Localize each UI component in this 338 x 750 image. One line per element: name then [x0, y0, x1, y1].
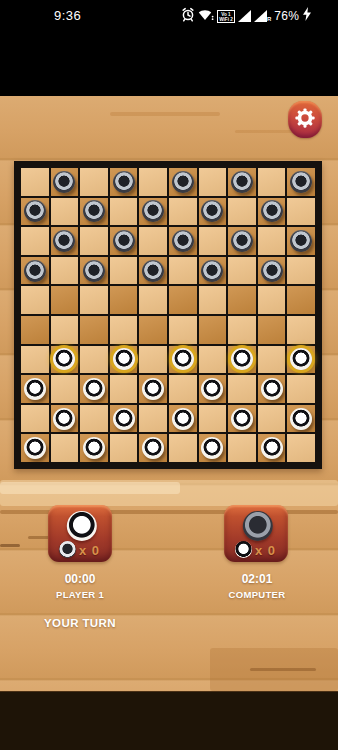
board-cell[interactable] — [228, 227, 256, 255]
board-cell[interactable] — [80, 434, 108, 462]
board-cell[interactable] — [199, 198, 227, 226]
board-cell[interactable] — [139, 168, 167, 196]
board-cell[interactable] — [21, 198, 49, 226]
board-cell[interactable] — [199, 257, 227, 285]
board-cell[interactable] — [51, 346, 79, 374]
board-cell[interactable] — [51, 286, 79, 314]
board-cell[interactable] — [287, 375, 315, 403]
board-cell[interactable] — [287, 227, 315, 255]
white-man[interactable] — [53, 408, 75, 430]
board-cell[interactable] — [51, 168, 79, 196]
board-cell[interactable] — [258, 405, 286, 433]
board-cell[interactable] — [21, 405, 49, 433]
white-man[interactable] — [113, 348, 135, 370]
wifi-icon — [198, 7, 214, 25]
board-cell[interactable] — [169, 286, 197, 314]
board-cell[interactable] — [21, 434, 49, 462]
board-cell[interactable] — [199, 405, 227, 433]
white-man[interactable] — [142, 437, 164, 459]
settings-button[interactable] — [288, 101, 322, 138]
board-grid — [14, 161, 322, 469]
board-cell[interactable] — [139, 257, 167, 285]
board-cell[interactable] — [51, 227, 79, 255]
black-man[interactable] — [261, 260, 283, 282]
board-cell[interactable] — [287, 198, 315, 226]
board-cell[interactable] — [258, 286, 286, 314]
player2-timer: 02:01 — [202, 572, 312, 586]
black-man[interactable] — [24, 260, 46, 282]
board-cell[interactable] — [110, 198, 138, 226]
board-cell[interactable] — [110, 405, 138, 433]
board-cell[interactable] — [258, 257, 286, 285]
white-man[interactable] — [172, 408, 194, 430]
player1-name: PLAYER 1 — [25, 589, 135, 600]
board-cell[interactable] — [199, 168, 227, 196]
signal-sim1-icon — [238, 10, 251, 22]
board-cell[interactable] — [287, 316, 315, 344]
board-cell[interactable] — [199, 375, 227, 403]
board-cell[interactable] — [169, 434, 197, 462]
player1-captured-piece-icon — [59, 541, 76, 558]
roaming-indicator: R — [267, 16, 271, 22]
black-man[interactable] — [113, 230, 135, 252]
board-cell[interactable] — [139, 316, 167, 344]
black-man[interactable] — [53, 230, 75, 252]
board-cell[interactable] — [228, 346, 256, 374]
board-cell[interactable] — [51, 405, 79, 433]
player1-piece-white — [67, 511, 97, 541]
board-cell[interactable] — [51, 434, 79, 462]
vowifi-badge: Vo 1 WiFi 2 — [217, 10, 235, 23]
board-cell[interactable] — [228, 198, 256, 226]
board-cell[interactable] — [228, 375, 256, 403]
board-cell[interactable] — [80, 346, 108, 374]
board-cell[interactable] — [228, 286, 256, 314]
board-cell[interactable] — [110, 257, 138, 285]
wood-grain-streak — [110, 112, 220, 116]
white-man[interactable] — [231, 348, 253, 370]
board-cell[interactable] — [199, 227, 227, 255]
board-cell[interactable] — [169, 227, 197, 255]
board-cell[interactable] — [258, 316, 286, 344]
board-cell[interactable] — [258, 168, 286, 196]
board-cell[interactable] — [21, 168, 49, 196]
board-cell[interactable] — [80, 316, 108, 344]
wood-grain-streak — [0, 482, 180, 494]
black-man[interactable] — [113, 171, 135, 193]
gear-icon — [294, 107, 316, 133]
board-cell[interactable] — [21, 227, 49, 255]
board-cell[interactable] — [199, 316, 227, 344]
board-cell[interactable] — [139, 405, 167, 433]
board-cell[interactable] — [110, 168, 138, 196]
player2-name: COMPUTER — [202, 589, 312, 600]
alarm-icon — [181, 7, 195, 26]
board-cell[interactable] — [287, 346, 315, 374]
white-man[interactable] — [172, 348, 194, 370]
board-cell[interactable] — [258, 227, 286, 255]
black-man[interactable] — [290, 171, 312, 193]
board-cell[interactable] — [21, 257, 49, 285]
white-man[interactable] — [53, 348, 75, 370]
player2-panel: x 0 — [224, 505, 288, 562]
battery-percent: 76% — [274, 9, 299, 23]
board-cell[interactable] — [139, 346, 167, 374]
white-man[interactable] — [290, 408, 312, 430]
black-man[interactable] — [142, 200, 164, 222]
white-man[interactable] — [24, 437, 46, 459]
board-cell[interactable] — [80, 375, 108, 403]
wood-grain-streak — [250, 668, 316, 671]
board-cell[interactable] — [110, 434, 138, 462]
board-cell[interactable] — [169, 405, 197, 433]
status-bar: 9:36 — [0, 0, 338, 96]
board-cell[interactable] — [228, 257, 256, 285]
black-man[interactable] — [290, 230, 312, 252]
board-cell[interactable] — [169, 346, 197, 374]
wood-grain-streak — [0, 544, 20, 547]
board-cell[interactable] — [110, 346, 138, 374]
board-cell[interactable] — [199, 434, 227, 462]
board-cell[interactable] — [80, 257, 108, 285]
board-cell[interactable] — [287, 434, 315, 462]
player2-captured-count: x 0 — [255, 543, 276, 558]
board-cell[interactable] — [139, 286, 167, 314]
app-screen: 9:36 — [0, 0, 338, 750]
board-cell[interactable] — [80, 227, 108, 255]
white-man[interactable] — [261, 437, 283, 459]
black-man[interactable] — [231, 230, 253, 252]
board-cell[interactable] — [21, 286, 49, 314]
status-icons: Vo 1 WiFi 2 R 76% — [181, 7, 312, 25]
board-cell[interactable] — [21, 375, 49, 403]
white-man[interactable] — [231, 408, 253, 430]
board-cell[interactable] — [110, 227, 138, 255]
white-man[interactable] — [142, 378, 164, 400]
white-man[interactable] — [113, 408, 135, 430]
white-man[interactable] — [83, 437, 105, 459]
board-cell[interactable] — [80, 405, 108, 433]
board-cell[interactable] — [110, 316, 138, 344]
board-cell[interactable] — [258, 434, 286, 462]
board-cell[interactable] — [169, 375, 197, 403]
black-man[interactable] — [24, 200, 46, 222]
board-cell[interactable] — [139, 434, 167, 462]
board-cell[interactable] — [21, 316, 49, 344]
board-cell[interactable] — [258, 198, 286, 226]
black-man[interactable] — [172, 230, 194, 252]
turn-indicator: YOUR TURN — [25, 617, 135, 629]
board-cell[interactable] — [169, 257, 197, 285]
bottom-dark-band — [0, 691, 338, 750]
board-cell[interactable] — [199, 346, 227, 374]
board-cell[interactable] — [139, 227, 167, 255]
board-cell[interactable] — [169, 198, 197, 226]
black-man[interactable] — [201, 260, 223, 282]
charging-bolt-icon — [302, 7, 312, 25]
board-cell[interactable] — [80, 198, 108, 226]
board-cell[interactable] — [228, 316, 256, 344]
black-man[interactable] — [83, 200, 105, 222]
board-cell[interactable] — [287, 286, 315, 314]
status-time: 9:36 — [54, 8, 81, 23]
board-cell[interactable] — [228, 405, 256, 433]
board-cell[interactable] — [80, 168, 108, 196]
board-cell[interactable] — [199, 286, 227, 314]
board-cell[interactable] — [51, 198, 79, 226]
board-cell[interactable] — [51, 375, 79, 403]
board-cell[interactable] — [139, 198, 167, 226]
black-man[interactable] — [142, 260, 164, 282]
black-man[interactable] — [83, 260, 105, 282]
board-cell[interactable] — [287, 405, 315, 433]
white-man[interactable] — [290, 348, 312, 370]
board-cell[interactable] — [110, 286, 138, 314]
board-cell[interactable] — [21, 346, 49, 374]
board-cell[interactable] — [258, 346, 286, 374]
player1-panel: x 0 — [48, 505, 112, 562]
white-man[interactable] — [201, 437, 223, 459]
white-man[interactable] — [261, 378, 283, 400]
player2-piece-black — [243, 511, 273, 541]
black-man[interactable] — [53, 171, 75, 193]
board-cell[interactable] — [169, 168, 197, 196]
white-man[interactable] — [24, 378, 46, 400]
signal-sim2-icon: R — [254, 10, 271, 22]
black-man[interactable] — [231, 171, 253, 193]
black-man[interactable] — [201, 200, 223, 222]
board-cell[interactable] — [110, 375, 138, 403]
player1-captured-count: x 0 — [79, 543, 100, 558]
board-cell[interactable] — [169, 316, 197, 344]
white-man[interactable] — [83, 378, 105, 400]
white-man[interactable] — [201, 378, 223, 400]
board-cell[interactable] — [139, 375, 167, 403]
black-man[interactable] — [172, 171, 194, 193]
board-cell[interactable] — [228, 434, 256, 462]
board-cell[interactable] — [51, 316, 79, 344]
board-cell[interactable] — [51, 257, 79, 285]
black-man[interactable] — [261, 200, 283, 222]
player1-timer: 00:00 — [25, 572, 135, 586]
player2-captured-piece-icon — [235, 541, 252, 558]
board-cell[interactable] — [258, 375, 286, 403]
board-cell[interactable] — [287, 257, 315, 285]
board-cell[interactable] — [228, 168, 256, 196]
board-cell[interactable] — [287, 168, 315, 196]
board-cell[interactable] — [80, 286, 108, 314]
